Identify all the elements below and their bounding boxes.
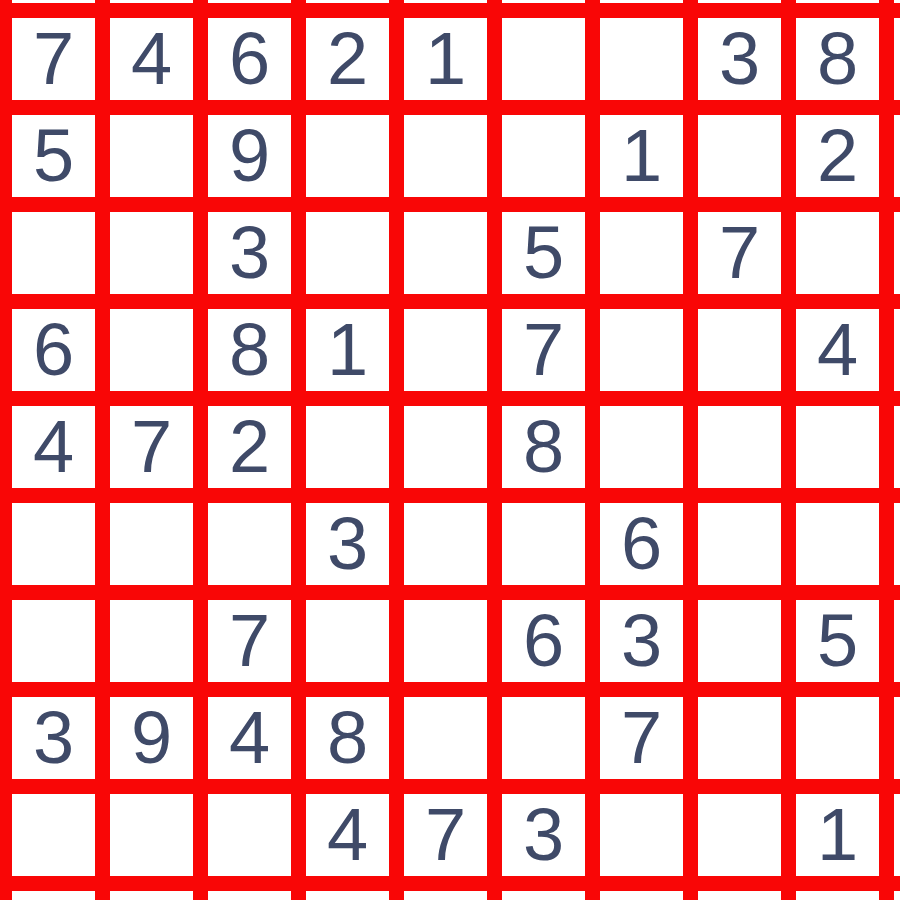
cell-r8c3[interactable]: 4 [208, 697, 291, 779]
cell-r7c7[interactable]: 3 [600, 600, 683, 682]
cell-r2c1[interactable]: 5 [12, 115, 95, 197]
cell-r3c9[interactable] [796, 212, 879, 294]
cell-r2c3[interactable]: 9 [208, 115, 291, 197]
cell-r5c8[interactable] [698, 406, 781, 488]
cell-r3c6[interactable]: 5 [502, 212, 585, 294]
cell-r4c7[interactable] [600, 309, 683, 391]
board-overflow-cell [208, 891, 291, 900]
cell-r7c3[interactable]: 7 [208, 600, 291, 682]
cell-r8c9[interactable] [796, 697, 879, 779]
cell-r6c4[interactable]: 3 [306, 503, 389, 585]
cell-r9c2[interactable] [110, 794, 193, 876]
board-overflow-cell [894, 891, 900, 900]
cell-r4c6[interactable]: 7 [502, 309, 585, 391]
board-overflow-cell [110, 0, 193, 3]
cell-r1c9[interactable]: 8 [796, 18, 879, 100]
cell-r7c5[interactable] [404, 600, 487, 682]
cell-r8c4[interactable]: 8 [306, 697, 389, 779]
board-overflow-cell [894, 18, 900, 100]
sudoku-viewport: 74621385912357681744728367635394874731 [0, 0, 900, 900]
board-overflow-cell [208, 0, 291, 3]
cell-r2c7[interactable]: 1 [600, 115, 683, 197]
cell-r8c7[interactable]: 7 [600, 697, 683, 779]
cell-r6c2[interactable] [110, 503, 193, 585]
cell-r2c5[interactable] [404, 115, 487, 197]
cell-r5c4[interactable] [306, 406, 389, 488]
cell-r3c8[interactable]: 7 [698, 212, 781, 294]
cell-r5c1[interactable]: 4 [12, 406, 95, 488]
cell-r1c4[interactable]: 2 [306, 18, 389, 100]
cell-r7c8[interactable] [698, 600, 781, 682]
cell-r6c6[interactable] [502, 503, 585, 585]
cell-r7c4[interactable] [306, 600, 389, 682]
board-overflow-cell [404, 0, 487, 3]
sudoku-board: 74621385912357681744728367635394874731 [0, 0, 900, 900]
cell-r7c2[interactable] [110, 600, 193, 682]
cell-r9c8[interactable] [698, 794, 781, 876]
board-overflow-cell [894, 212, 900, 294]
cell-r1c8[interactable]: 3 [698, 18, 781, 100]
cell-r9c4[interactable]: 4 [306, 794, 389, 876]
cell-r4c4[interactable]: 1 [306, 309, 389, 391]
board-overflow-cell [306, 891, 389, 900]
board-overflow-cell [894, 600, 900, 682]
cell-r2c8[interactable] [698, 115, 781, 197]
board-overflow-cell [894, 0, 900, 3]
board-overflow-cell [894, 309, 900, 391]
cell-r8c1[interactable]: 3 [12, 697, 95, 779]
cell-r2c2[interactable] [110, 115, 193, 197]
cell-r1c7[interactable] [600, 18, 683, 100]
cell-r1c2[interactable]: 4 [110, 18, 193, 100]
cell-r4c3[interactable]: 8 [208, 309, 291, 391]
board-overflow-cell [404, 891, 487, 900]
board-overflow-cell [110, 891, 193, 900]
board-overflow-cell [894, 115, 900, 197]
cell-r3c3[interactable]: 3 [208, 212, 291, 294]
cell-r7c6[interactable]: 6 [502, 600, 585, 682]
board-overflow-cell [600, 0, 683, 3]
cell-r1c5[interactable]: 1 [404, 18, 487, 100]
cell-r5c3[interactable]: 2 [208, 406, 291, 488]
cell-r5c9[interactable] [796, 406, 879, 488]
cell-r3c7[interactable] [600, 212, 683, 294]
cell-r9c5[interactable]: 7 [404, 794, 487, 876]
cell-r4c5[interactable] [404, 309, 487, 391]
board-overflow-cell [698, 891, 781, 900]
board-overflow-cell [502, 0, 585, 3]
cell-r9c3[interactable] [208, 794, 291, 876]
cell-r2c6[interactable] [502, 115, 585, 197]
cell-r6c3[interactable] [208, 503, 291, 585]
board-overflow-cell [796, 891, 879, 900]
cell-r5c5[interactable] [404, 406, 487, 488]
cell-r5c6[interactable]: 8 [502, 406, 585, 488]
cell-r4c9[interactable]: 4 [796, 309, 879, 391]
cell-r6c8[interactable] [698, 503, 781, 585]
cell-r9c1[interactable] [12, 794, 95, 876]
cell-r6c9[interactable] [796, 503, 879, 585]
cell-r1c6[interactable] [502, 18, 585, 100]
cell-r5c7[interactable] [600, 406, 683, 488]
cell-r2c4[interactable] [306, 115, 389, 197]
cell-r4c8[interactable] [698, 309, 781, 391]
cell-r3c2[interactable] [110, 212, 193, 294]
cell-r6c1[interactable] [12, 503, 95, 585]
cell-r6c5[interactable] [404, 503, 487, 585]
cell-r7c1[interactable] [12, 600, 95, 682]
board-overflow-cell [894, 503, 900, 585]
cell-r2c9[interactable]: 2 [796, 115, 879, 197]
cell-r9c9[interactable]: 1 [796, 794, 879, 876]
board-overflow-cell [894, 697, 900, 779]
cell-r3c1[interactable] [12, 212, 95, 294]
board-overflow-cell [600, 891, 683, 900]
cell-r3c5[interactable] [404, 212, 487, 294]
cell-r8c6[interactable] [502, 697, 585, 779]
cell-r3c4[interactable] [306, 212, 389, 294]
cell-r4c2[interactable] [110, 309, 193, 391]
cell-r6c7[interactable]: 6 [600, 503, 683, 585]
cell-r8c8[interactable] [698, 697, 781, 779]
board-overflow-cell [894, 794, 900, 876]
board-overflow-cell [502, 891, 585, 900]
board-overflow-cell [306, 0, 389, 3]
cell-r7c9[interactable]: 5 [796, 600, 879, 682]
cell-r5c2[interactable]: 7 [110, 406, 193, 488]
cell-r9c7[interactable] [600, 794, 683, 876]
cell-r9c6[interactable]: 3 [502, 794, 585, 876]
board-overflow-cell [12, 891, 95, 900]
board-overflow-cell [796, 0, 879, 3]
cell-r4c1[interactable]: 6 [12, 309, 95, 391]
cell-r1c3[interactable]: 6 [208, 18, 291, 100]
cell-r8c5[interactable] [404, 697, 487, 779]
board-overflow-cell [12, 0, 95, 3]
cell-r1c1[interactable]: 7 [12, 18, 95, 100]
board-overflow-cell [894, 406, 900, 488]
cell-r8c2[interactable]: 9 [110, 697, 193, 779]
board-overflow-cell [698, 0, 781, 3]
